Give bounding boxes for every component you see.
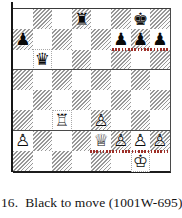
piece-white-pawn-f2: ♙ xyxy=(113,131,128,150)
square-h1 xyxy=(150,151,170,171)
square-g3 xyxy=(131,110,151,130)
square-h6 xyxy=(150,50,170,70)
square-f5 xyxy=(111,70,131,90)
square-d3 xyxy=(72,110,92,130)
square-h8 xyxy=(150,9,170,29)
square-c1 xyxy=(52,151,72,171)
square-c7 xyxy=(52,29,72,49)
square-f2: ♙ xyxy=(111,131,131,151)
piece-black-rook-d8: ♜ xyxy=(74,10,89,29)
square-b6: ♛ xyxy=(33,50,53,70)
square-c3: ♖ xyxy=(52,110,72,130)
piece-white-rook-c3: ♖ xyxy=(52,110,71,131)
square-h2: ♙ xyxy=(150,131,170,151)
square-d8: ♜ xyxy=(72,9,92,29)
square-h3 xyxy=(150,110,170,130)
square-a2: ♙ xyxy=(13,131,33,151)
piece-white-queen-e2: ♕ xyxy=(94,131,109,150)
piece-black-pawn-g7: ♟ xyxy=(133,30,148,49)
square-c8 xyxy=(52,9,72,29)
square-f8 xyxy=(111,9,131,29)
square-f6 xyxy=(111,50,131,70)
square-d2 xyxy=(72,131,92,151)
caption-number: 16. xyxy=(1,195,18,210)
square-b7 xyxy=(33,29,53,49)
square-e1 xyxy=(91,151,111,171)
piece-black-king-g8: ♚ xyxy=(133,10,148,29)
diagram-caption: 16.Black to move (1001W-695) xyxy=(1,195,182,211)
square-c5 xyxy=(52,70,72,90)
square-g4 xyxy=(131,90,151,110)
piece-black-pawn-a7: ♟ xyxy=(15,30,30,49)
square-b8 xyxy=(33,9,53,29)
square-a1 xyxy=(13,151,33,171)
square-e7 xyxy=(91,29,111,49)
square-d5 xyxy=(72,70,92,90)
caption-text: Black to move (1001W-695) xyxy=(25,195,182,210)
square-h7: ♟ xyxy=(150,29,170,49)
piece-white-king-g1: ♔ xyxy=(131,151,150,172)
square-b3 xyxy=(33,110,53,130)
square-e5 xyxy=(91,70,111,90)
square-d6 xyxy=(72,50,92,70)
square-a3 xyxy=(13,110,33,130)
square-g7: ♟ xyxy=(131,29,151,49)
square-f7: ♟ xyxy=(111,29,131,49)
square-c6 xyxy=(52,50,72,70)
piece-white-pawn-a2: ♙ xyxy=(15,131,30,150)
square-a4 xyxy=(13,90,33,110)
square-g2: ♙ xyxy=(131,131,151,151)
piece-black-pawn-h7: ♟ xyxy=(152,30,167,49)
square-a7: ♟ xyxy=(13,29,33,49)
square-f1 xyxy=(111,151,131,171)
chess-board: ♜♚♟♟♟♟♛♖♙♙♕♙♙♙♔ xyxy=(13,8,171,173)
piece-black-pawn-f7: ♟ xyxy=(113,30,128,49)
square-d4 xyxy=(72,90,92,110)
square-a8 xyxy=(13,9,33,29)
square-b5 xyxy=(33,70,53,90)
square-h5 xyxy=(150,70,170,90)
square-e6 xyxy=(91,50,111,70)
square-g8: ♚ xyxy=(131,9,151,29)
square-g6 xyxy=(131,50,151,70)
square-d1 xyxy=(72,151,92,171)
piece-white-pawn-g2: ♙ xyxy=(133,131,148,150)
square-a6 xyxy=(13,50,33,70)
square-e8 xyxy=(91,9,111,29)
square-e4 xyxy=(91,90,111,110)
square-c2 xyxy=(52,131,72,151)
square-g1: ♔ xyxy=(131,151,151,171)
square-e3: ♙ xyxy=(91,110,111,130)
square-b4 xyxy=(33,90,53,110)
square-g5 xyxy=(131,70,151,90)
piece-white-pawn-h2: ♙ xyxy=(152,131,167,150)
square-c4 xyxy=(52,90,72,110)
square-h4 xyxy=(150,90,170,110)
square-f3 xyxy=(111,110,131,130)
square-f4 xyxy=(111,90,131,110)
square-a5 xyxy=(13,70,33,90)
piece-white-pawn-e3: ♙ xyxy=(94,111,109,130)
square-b1 xyxy=(33,151,53,171)
square-e2: ♕ xyxy=(91,131,111,151)
square-b2 xyxy=(33,131,53,151)
square-d7 xyxy=(72,29,92,49)
piece-black-queen-b6: ♛ xyxy=(33,49,52,70)
